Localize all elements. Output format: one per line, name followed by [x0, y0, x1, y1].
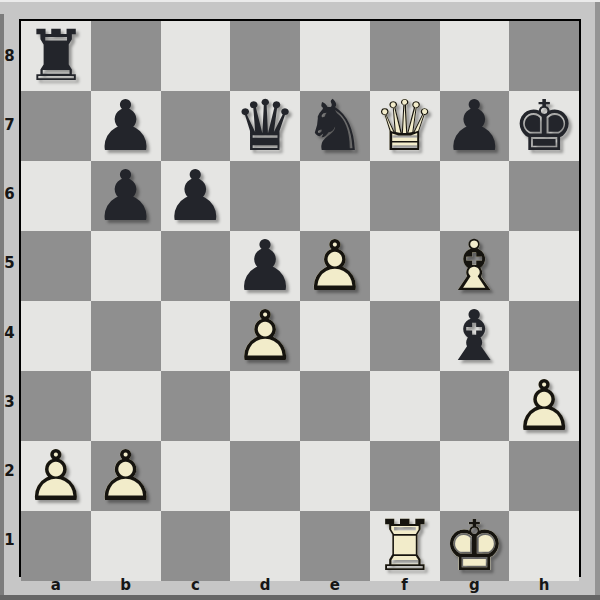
- white-rook-f1[interactable]: ♖: [370, 511, 440, 581]
- rank-label-6: 6: [0, 160, 19, 229]
- frame-bevel-right: [595, 2, 600, 595]
- file-label-b: b: [91, 577, 161, 595]
- square-f2[interactable]: [370, 441, 440, 511]
- square-f7[interactable]: ♕: [370, 91, 440, 161]
- square-b2[interactable]: ♙: [91, 441, 161, 511]
- square-g3[interactable]: [440, 371, 510, 441]
- square-c7[interactable]: [161, 91, 231, 161]
- square-d7[interactable]: ♛: [230, 91, 300, 161]
- square-a1[interactable]: [21, 511, 91, 581]
- square-e5[interactable]: ♙: [300, 231, 370, 301]
- square-g6[interactable]: [440, 161, 510, 231]
- square-g8[interactable]: [440, 21, 510, 91]
- square-b6[interactable]: ♟: [91, 161, 161, 231]
- square-e7[interactable]: ♞: [300, 91, 370, 161]
- square-f8[interactable]: [370, 21, 440, 91]
- square-c5[interactable]: [161, 231, 231, 301]
- square-c4[interactable]: [161, 301, 231, 371]
- square-a4[interactable]: [21, 301, 91, 371]
- black-pawn-d5[interactable]: ♟: [230, 231, 300, 301]
- square-c1[interactable]: [161, 511, 231, 581]
- rank-label-5: 5: [0, 229, 19, 298]
- white-king-g1[interactable]: ♔: [440, 511, 510, 581]
- board-grid: ♜♟♛♞♕♟♚♟♟♟♙♗♙♝♙♙♙♖♔: [21, 21, 579, 575]
- square-b4[interactable]: [91, 301, 161, 371]
- square-b3[interactable]: [91, 371, 161, 441]
- square-e1[interactable]: [300, 511, 370, 581]
- white-pawn-b2[interactable]: ♙: [91, 441, 161, 511]
- square-g2[interactable]: [440, 441, 510, 511]
- square-c8[interactable]: [161, 21, 231, 91]
- rank-label-2: 2: [0, 437, 19, 506]
- square-d6[interactable]: [230, 161, 300, 231]
- square-a3[interactable]: [21, 371, 91, 441]
- square-f6[interactable]: [370, 161, 440, 231]
- square-e8[interactable]: [300, 21, 370, 91]
- square-d3[interactable]: [230, 371, 300, 441]
- white-pawn-a2[interactable]: ♙: [21, 441, 91, 511]
- square-h2[interactable]: [509, 441, 579, 511]
- square-g7[interactable]: ♟: [440, 91, 510, 161]
- file-label-a: a: [21, 577, 91, 595]
- square-h5[interactable]: [509, 231, 579, 301]
- square-f3[interactable]: [370, 371, 440, 441]
- black-queen-d7[interactable]: ♛: [230, 91, 300, 161]
- black-king-h7[interactable]: ♚: [509, 91, 579, 161]
- square-b1[interactable]: [91, 511, 161, 581]
- square-d4[interactable]: ♙: [230, 301, 300, 371]
- file-labels: abcdefgh: [21, 577, 579, 595]
- file-label-e: e: [300, 577, 370, 595]
- square-f1[interactable]: ♖: [370, 511, 440, 581]
- square-d8[interactable]: [230, 21, 300, 91]
- square-a2[interactable]: ♙: [21, 441, 91, 511]
- rank-labels: 87654321: [0, 21, 19, 575]
- square-h1[interactable]: [509, 511, 579, 581]
- black-pawn-b6[interactable]: ♟: [91, 161, 161, 231]
- chess-diagram: 87654321 ♜♟♛♞♕♟♚♟♟♟♙♗♙♝♙♙♙♖♔ abcdefgh: [0, 0, 600, 600]
- square-d1[interactable]: [230, 511, 300, 581]
- frame-bevel-top: [0, 0, 600, 2]
- black-bishop-g4[interactable]: ♝: [440, 301, 510, 371]
- square-f5[interactable]: [370, 231, 440, 301]
- white-pawn-e5[interactable]: ♙: [300, 231, 370, 301]
- square-d5[interactable]: ♟: [230, 231, 300, 301]
- black-knight-e7[interactable]: ♞: [300, 91, 370, 161]
- square-e2[interactable]: [300, 441, 370, 511]
- white-pawn-d4[interactable]: ♙: [230, 301, 300, 371]
- square-b5[interactable]: [91, 231, 161, 301]
- square-c2[interactable]: [161, 441, 231, 511]
- square-c3[interactable]: [161, 371, 231, 441]
- file-label-h: h: [509, 577, 579, 595]
- file-label-d: d: [230, 577, 300, 595]
- file-label-c: c: [161, 577, 231, 595]
- square-e3[interactable]: [300, 371, 370, 441]
- square-h7[interactable]: ♚: [509, 91, 579, 161]
- white-bishop-g5[interactable]: ♗: [440, 231, 510, 301]
- square-g4[interactable]: ♝: [440, 301, 510, 371]
- file-label-f: f: [370, 577, 440, 595]
- square-a6[interactable]: [21, 161, 91, 231]
- chess-board: ♜♟♛♞♕♟♚♟♟♟♙♗♙♝♙♙♙♖♔: [19, 19, 581, 577]
- frame-bevel-bottom: [0, 595, 600, 600]
- file-label-g: g: [440, 577, 510, 595]
- square-h4[interactable]: [509, 301, 579, 371]
- rank-label-4: 4: [0, 298, 19, 367]
- square-c6[interactable]: ♟: [161, 161, 231, 231]
- square-a7[interactable]: [21, 91, 91, 161]
- square-g5[interactable]: ♗: [440, 231, 510, 301]
- square-g1[interactable]: ♔: [440, 511, 510, 581]
- square-a5[interactable]: [21, 231, 91, 301]
- black-pawn-g7[interactable]: ♟: [440, 91, 510, 161]
- square-h8[interactable]: [509, 21, 579, 91]
- white-pawn-h3[interactable]: ♙: [509, 371, 579, 441]
- black-pawn-b7[interactable]: ♟: [91, 91, 161, 161]
- black-rook-a8[interactable]: ♜: [21, 21, 91, 91]
- square-e4[interactable]: [300, 301, 370, 371]
- black-pawn-c6[interactable]: ♟: [161, 161, 231, 231]
- square-d2[interactable]: [230, 441, 300, 511]
- rank-label-8: 8: [0, 21, 19, 90]
- square-e6[interactable]: [300, 161, 370, 231]
- square-b7[interactable]: ♟: [91, 91, 161, 161]
- square-f4[interactable]: [370, 301, 440, 371]
- white-queen-f7[interactable]: ♕: [370, 91, 440, 161]
- rank-label-7: 7: [0, 90, 19, 159]
- rank-label-1: 1: [0, 506, 19, 575]
- square-h6[interactable]: [509, 161, 579, 231]
- rank-label-3: 3: [0, 367, 19, 436]
- square-b8[interactable]: [91, 21, 161, 91]
- square-a8[interactable]: ♜: [21, 21, 91, 91]
- square-h3[interactable]: ♙: [509, 371, 579, 441]
